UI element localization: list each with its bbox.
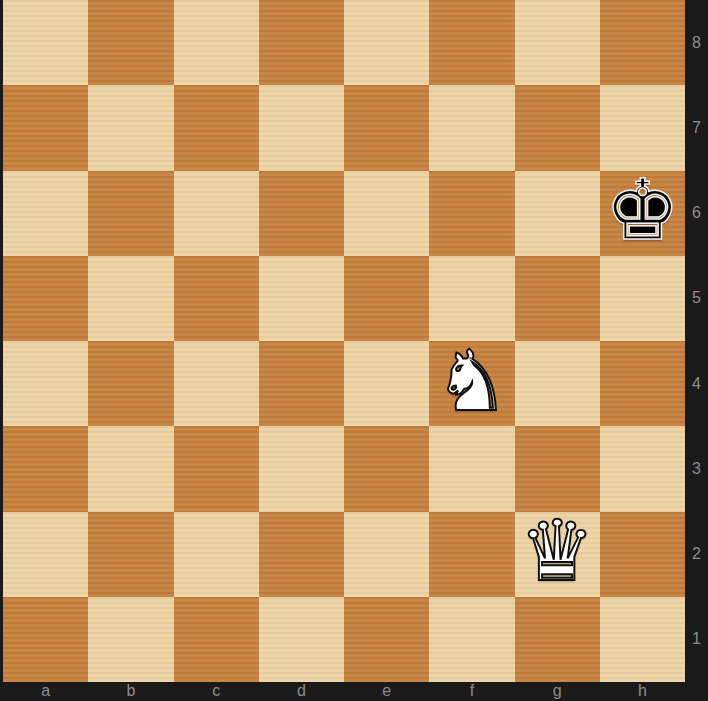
square-f6[interactable] (429, 171, 514, 256)
square-d7[interactable] (259, 85, 344, 170)
square-e3[interactable] (344, 426, 429, 511)
rank-label-5: 5 (685, 256, 708, 341)
rank-label-7: 7 (685, 85, 708, 170)
piece-white-queen[interactable]: ♛ (519, 509, 594, 593)
piece-white-knight[interactable]: ♞ (434, 339, 509, 423)
square-f3[interactable] (429, 426, 514, 511)
file-label-f: f (429, 682, 514, 701)
square-c7[interactable] (174, 85, 259, 170)
square-g4[interactable] (515, 341, 600, 426)
square-a4[interactable] (3, 341, 88, 426)
square-g7[interactable] (515, 85, 600, 170)
square-g3[interactable] (515, 426, 600, 511)
square-h2[interactable] (600, 512, 685, 597)
file-labels: abcdefgh (3, 682, 685, 701)
square-a1[interactable] (3, 597, 88, 682)
square-h3[interactable] (600, 426, 685, 511)
square-e6[interactable] (344, 171, 429, 256)
rank-label-6: 6 (685, 171, 708, 256)
square-h5[interactable] (600, 256, 685, 341)
piece-black-king[interactable]: ♚ (605, 168, 680, 252)
square-d8[interactable] (259, 0, 344, 85)
file-label-d: d (259, 682, 344, 701)
square-b7[interactable] (88, 85, 173, 170)
rank-label-2: 2 (685, 512, 708, 597)
chess-board: ♚♞♛ (3, 0, 685, 682)
rank-label-3: 3 (685, 426, 708, 511)
square-b1[interactable] (88, 597, 173, 682)
square-d4[interactable] (259, 341, 344, 426)
square-f8[interactable] (429, 0, 514, 85)
square-f4[interactable]: ♞ (429, 341, 514, 426)
square-b2[interactable] (88, 512, 173, 597)
square-c2[interactable] (174, 512, 259, 597)
square-d2[interactable] (259, 512, 344, 597)
square-f2[interactable] (429, 512, 514, 597)
square-a3[interactable] (3, 426, 88, 511)
square-b5[interactable] (88, 256, 173, 341)
square-h4[interactable] (600, 341, 685, 426)
square-c4[interactable] (174, 341, 259, 426)
square-b3[interactable] (88, 426, 173, 511)
square-b8[interactable] (88, 0, 173, 85)
square-g8[interactable] (515, 0, 600, 85)
square-c1[interactable] (174, 597, 259, 682)
square-a5[interactable] (3, 256, 88, 341)
square-d6[interactable] (259, 171, 344, 256)
square-d1[interactable] (259, 597, 344, 682)
file-label-g: g (515, 682, 600, 701)
square-h1[interactable] (600, 597, 685, 682)
square-e1[interactable] (344, 597, 429, 682)
square-g2[interactable]: ♛ (515, 512, 600, 597)
square-d3[interactable] (259, 426, 344, 511)
file-label-a: a (3, 682, 88, 701)
square-g5[interactable] (515, 256, 600, 341)
square-d5[interactable] (259, 256, 344, 341)
square-a7[interactable] (3, 85, 88, 170)
file-label-b: b (88, 682, 173, 701)
rank-label-1: 1 (685, 597, 708, 682)
square-e8[interactable] (344, 0, 429, 85)
square-c8[interactable] (174, 0, 259, 85)
square-a2[interactable] (3, 512, 88, 597)
square-h6[interactable]: ♚ (600, 171, 685, 256)
chess-board-app: ♚♞♛ 87654321 abcdefgh (0, 0, 708, 701)
square-f7[interactable] (429, 85, 514, 170)
square-b4[interactable] (88, 341, 173, 426)
square-a6[interactable] (3, 171, 88, 256)
square-g6[interactable] (515, 171, 600, 256)
square-c3[interactable] (174, 426, 259, 511)
square-g1[interactable] (515, 597, 600, 682)
square-e4[interactable] (344, 341, 429, 426)
square-f5[interactable] (429, 256, 514, 341)
square-c6[interactable] (174, 171, 259, 256)
rank-labels: 87654321 (685, 0, 708, 682)
square-h7[interactable] (600, 85, 685, 170)
square-h8[interactable] (600, 0, 685, 85)
square-c5[interactable] (174, 256, 259, 341)
file-label-e: e (344, 682, 429, 701)
square-b6[interactable] (88, 171, 173, 256)
rank-label-8: 8 (685, 0, 708, 85)
square-e7[interactable] (344, 85, 429, 170)
square-e5[interactable] (344, 256, 429, 341)
file-label-c: c (174, 682, 259, 701)
square-e2[interactable] (344, 512, 429, 597)
rank-label-4: 4 (685, 341, 708, 426)
file-label-h: h (600, 682, 685, 701)
square-f1[interactable] (429, 597, 514, 682)
square-a8[interactable] (3, 0, 88, 85)
